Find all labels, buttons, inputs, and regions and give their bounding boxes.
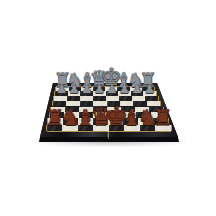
piece-black-pawn: ♟: [106, 82, 117, 95]
product-photo-chess-set: ♜♞♝♛♚♝♞♜♟♟♟♟♟♟♟♟♟♟♟♟♟♟♟♟♜♞♝♛♚♝♞♜: [0, 0, 216, 216]
piece-white-pawn: ♟: [94, 109, 107, 123]
piece-white-king: ♚: [105, 103, 128, 129]
piece-white-bishop: ♝: [76, 107, 96, 129]
piece-black-king: ♚: [101, 67, 122, 91]
chess-pieces-layer: ♜♞♝♛♚♝♞♜♟♟♟♟♟♟♟♟♟♟♟♟♟♟♟♟♜♞♝♛♚♝♞♜: [36, 82, 182, 146]
piece-black-rook: ♜: [139, 70, 157, 90]
piece-black-pawn: ♟: [119, 82, 130, 95]
piece-white-pawn: ♟: [124, 109, 137, 123]
piece-black-bishop: ♝: [115, 70, 133, 90]
piece-black-pawn: ♟: [69, 82, 80, 95]
piece-white-pawn: ♟: [109, 109, 122, 123]
piece-black-knight: ♞: [66, 70, 84, 90]
piece-black-pawn: ♟: [56, 82, 67, 95]
piece-white-pawn: ♟: [139, 109, 152, 123]
piece-black-queen: ♛: [89, 68, 109, 90]
piece-white-pawn: ♟: [50, 109, 63, 123]
piece-white-rook: ♜: [153, 107, 173, 129]
piece-black-pawn: ♟: [94, 82, 105, 95]
piece-black-knight: ♞: [127, 70, 145, 90]
piece-black-pawn: ♟: [81, 82, 92, 95]
piece-black-bishop: ♝: [78, 70, 96, 90]
piece-black-pawn: ♟: [131, 82, 142, 95]
piece-white-bishop: ♝: [122, 107, 142, 129]
chess-board-scene: ♜♞♝♛♚♝♞♜♟♟♟♟♟♟♟♟♟♟♟♟♟♟♟♟♜♞♝♛♚♝♞♜: [36, 82, 182, 146]
piece-white-pawn: ♟: [154, 109, 167, 123]
piece-white-pawn: ♟: [65, 109, 78, 123]
piece-white-queen: ♛: [90, 105, 112, 129]
piece-black-pawn: ♟: [144, 82, 155, 95]
piece-white-rook: ♜: [45, 107, 65, 129]
piece-white-knight: ♞: [138, 107, 158, 129]
piece-black-rook: ♜: [54, 70, 72, 90]
piece-white-pawn: ♟: [79, 109, 92, 123]
piece-white-knight: ♞: [60, 107, 80, 129]
